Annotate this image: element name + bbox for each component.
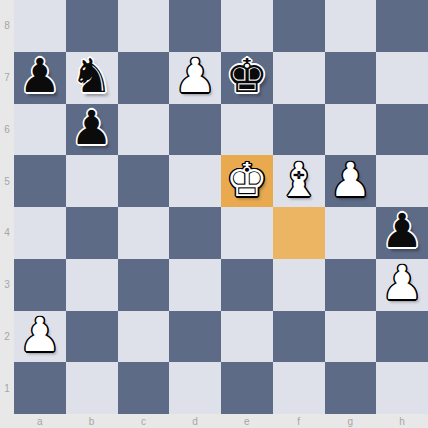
square-d6[interactable] xyxy=(169,104,221,156)
file-label: a xyxy=(14,414,66,428)
square-g6[interactable] xyxy=(325,104,377,156)
square-b1[interactable] xyxy=(66,362,118,414)
rank-label: 7 xyxy=(0,52,14,104)
square-f5[interactable]: ♝ xyxy=(273,155,325,207)
square-e1[interactable] xyxy=(221,362,273,414)
white-pawn[interactable]: ♟ xyxy=(381,259,423,306)
square-e7[interactable]: ♚ xyxy=(221,52,273,104)
square-f1[interactable] xyxy=(273,362,325,414)
file-label: e xyxy=(221,414,273,428)
square-b6[interactable]: ♟ xyxy=(66,104,118,156)
square-h3[interactable]: ♟ xyxy=(376,259,428,311)
square-f4[interactable] xyxy=(273,207,325,259)
square-f3[interactable] xyxy=(273,259,325,311)
square-c7[interactable] xyxy=(118,52,170,104)
file-label: g xyxy=(325,414,377,428)
square-h8[interactable] xyxy=(376,0,428,52)
square-a7[interactable]: ♟ xyxy=(14,52,66,104)
square-e2[interactable] xyxy=(221,311,273,363)
square-b8[interactable] xyxy=(66,0,118,52)
square-c4[interactable] xyxy=(118,207,170,259)
square-b3[interactable] xyxy=(66,259,118,311)
black-pawn[interactable]: ♟ xyxy=(19,52,61,99)
square-b2[interactable] xyxy=(66,311,118,363)
square-g7[interactable] xyxy=(325,52,377,104)
file-labels: abcdefgh xyxy=(14,414,428,428)
rank-label: 8 xyxy=(0,0,14,52)
square-d4[interactable] xyxy=(169,207,221,259)
square-e3[interactable] xyxy=(221,259,273,311)
square-b5[interactable] xyxy=(66,155,118,207)
file-label: d xyxy=(169,414,221,428)
black-pawn[interactable]: ♟ xyxy=(71,104,113,151)
square-g5[interactable]: ♟ xyxy=(325,155,377,207)
square-d1[interactable] xyxy=(169,362,221,414)
square-c2[interactable] xyxy=(118,311,170,363)
white-pawn[interactable]: ♟ xyxy=(174,52,216,99)
square-d2[interactable] xyxy=(169,311,221,363)
chess-board: ♟♞♟♚♟♚♝♟♟♟♟ xyxy=(14,0,428,414)
square-f2[interactable] xyxy=(273,311,325,363)
file-label: h xyxy=(376,414,428,428)
square-h1[interactable] xyxy=(376,362,428,414)
square-b4[interactable] xyxy=(66,207,118,259)
square-a8[interactable] xyxy=(14,0,66,52)
black-knight[interactable]: ♞ xyxy=(71,52,113,99)
square-e6[interactable] xyxy=(221,104,273,156)
square-d8[interactable] xyxy=(169,0,221,52)
rank-label: 4 xyxy=(0,207,14,259)
square-a2[interactable]: ♟ xyxy=(14,311,66,363)
rank-label: 3 xyxy=(0,259,14,311)
square-e5[interactable]: ♚ xyxy=(221,155,273,207)
square-h2[interactable] xyxy=(376,311,428,363)
rank-label: 1 xyxy=(0,362,14,414)
square-f6[interactable] xyxy=(273,104,325,156)
square-a4[interactable] xyxy=(14,207,66,259)
square-c1[interactable] xyxy=(118,362,170,414)
white-pawn[interactable]: ♟ xyxy=(329,156,371,203)
white-bishop[interactable]: ♝ xyxy=(278,156,320,203)
square-c6[interactable] xyxy=(118,104,170,156)
square-e4[interactable] xyxy=(221,207,273,259)
black-king[interactable]: ♚ xyxy=(226,52,268,99)
square-a5[interactable] xyxy=(14,155,66,207)
rank-label: 5 xyxy=(0,155,14,207)
square-a6[interactable] xyxy=(14,104,66,156)
square-a3[interactable] xyxy=(14,259,66,311)
square-h6[interactable] xyxy=(376,104,428,156)
white-king[interactable]: ♚ xyxy=(226,156,268,203)
rank-label: 2 xyxy=(0,311,14,363)
rank-labels: 87654321 xyxy=(0,0,14,414)
square-c5[interactable] xyxy=(118,155,170,207)
white-pawn[interactable]: ♟ xyxy=(19,311,61,358)
file-label: b xyxy=(66,414,118,428)
rank-label: 6 xyxy=(0,104,14,156)
square-g2[interactable] xyxy=(325,311,377,363)
square-f7[interactable] xyxy=(273,52,325,104)
square-h5[interactable] xyxy=(376,155,428,207)
square-g4[interactable] xyxy=(325,207,377,259)
square-h4[interactable]: ♟ xyxy=(376,207,428,259)
square-d5[interactable] xyxy=(169,155,221,207)
square-e8[interactable] xyxy=(221,0,273,52)
square-b7[interactable]: ♞ xyxy=(66,52,118,104)
square-c3[interactable] xyxy=(118,259,170,311)
square-g8[interactable] xyxy=(325,0,377,52)
square-d7[interactable]: ♟ xyxy=(169,52,221,104)
square-a1[interactable] xyxy=(14,362,66,414)
square-d3[interactable] xyxy=(169,259,221,311)
square-g3[interactable] xyxy=(325,259,377,311)
chess-board-container: 87654321 ♟♞♟♚♟♚♝♟♟♟♟ abcdefgh xyxy=(0,0,428,428)
file-label: c xyxy=(118,414,170,428)
square-g1[interactable] xyxy=(325,362,377,414)
square-c8[interactable] xyxy=(118,0,170,52)
black-pawn[interactable]: ♟ xyxy=(381,207,423,254)
square-f8[interactable] xyxy=(273,0,325,52)
square-h7[interactable] xyxy=(376,52,428,104)
file-label: f xyxy=(273,414,325,428)
